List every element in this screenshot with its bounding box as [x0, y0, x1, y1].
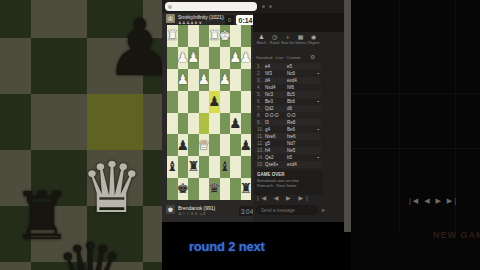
move-number: 11.: [255, 133, 265, 140]
white-move[interactable]: Qd2: [265, 105, 287, 112]
chess-app-window: ♔ SmirkyInfinity (1021) ♟♟♟♟♞♞ 0 0:14 ♜♜…: [162, 0, 344, 222]
gear-icon[interactable]: ⚙: [310, 53, 315, 60]
game-filters[interactable]: Standard · Live · Custom: [256, 55, 300, 60]
move-row: 9.f3Re8: [255, 119, 321, 126]
square-e7[interactable]: [199, 156, 210, 178]
tab-games[interactable]: ▦Games: [294, 33, 307, 53]
black-move[interactable]: Re8: [287, 119, 309, 126]
move-number: 15.: [255, 161, 265, 168]
bg-square: [143, 206, 162, 262]
move-number: 10.: [255, 126, 265, 133]
square-f2[interactable]: ♟: [188, 47, 199, 69]
move-badge: [309, 63, 321, 70]
move-badge: [309, 161, 321, 168]
move-badge: •: [309, 126, 321, 133]
square-g6[interactable]: ♟: [178, 134, 189, 156]
video-frame: ♟♛♜♛ |◀ ◀ ▶ ▶| NEW GAME ♔ SmirkyInfinity…: [0, 0, 480, 270]
white-move[interactable]: Nxd4: [265, 84, 287, 91]
square-d4[interactable]: ♟: [209, 91, 220, 113]
move-row: 4.Nxd4Nf6: [255, 84, 321, 91]
window-edge-strip: [344, 0, 351, 232]
bg-hairline: [351, 93, 480, 94]
move-badge: •: [309, 98, 321, 105]
bg-square: [143, 150, 162, 206]
move-number: 12.: [255, 140, 265, 147]
bg-piece: ♟: [105, 9, 162, 87]
black-move[interactable]: Nf6: [287, 84, 309, 91]
move-row: 10.g4Be6•: [255, 126, 321, 133]
piece-f2: ♟: [187, 51, 199, 65]
tab-rated[interactable]: ◷Rated: [268, 33, 281, 53]
move-number: 9.: [255, 119, 265, 126]
site-icon: [168, 5, 172, 9]
black-move[interactable]: O-O: [287, 112, 309, 119]
square-c6[interactable]: [220, 134, 231, 156]
square-g8[interactable]: ♚: [178, 178, 189, 200]
match-icon: ♟: [255, 33, 268, 41]
move-number: 1.: [255, 63, 265, 70]
tab-label: New Game: [281, 41, 294, 45]
move-nav-controls[interactable]: |◀ ◀ ▶ ▶|: [257, 194, 317, 201]
square-f7[interactable]: ♜: [188, 156, 199, 178]
move-badge: [309, 91, 321, 98]
black-move[interactable]: e5: [287, 63, 309, 70]
bg-square: [143, 94, 162, 150]
move-number: 13.: [255, 147, 265, 154]
player-bar-top: ♔ SmirkyInfinity (1021) ♟♟♟♟♞♞ 0 0:14: [166, 14, 252, 25]
square-d5[interactable]: [209, 113, 220, 135]
black-move[interactable]: Nd7: [287, 140, 309, 147]
sidebar-header: [253, 13, 344, 32]
square-a5[interactable]: [241, 113, 252, 135]
result-line: Rematch · New Game: [257, 183, 321, 188]
move-badge: [309, 133, 321, 140]
avatar[interactable]: ♚: [166, 205, 175, 214]
move-row: 8.O-O-OO-O: [255, 112, 321, 119]
move-number: 7.: [255, 105, 265, 112]
move-badge: [309, 112, 321, 119]
black-move[interactable]: d6: [287, 105, 309, 112]
move-badge: [309, 147, 321, 154]
move-number: 4.: [255, 84, 265, 91]
square-h1[interactable]: ♜: [167, 25, 178, 47]
square-f1[interactable]: [188, 25, 199, 47]
white-move[interactable]: g4: [265, 126, 287, 133]
black-move[interactable]: Bb6: [287, 98, 309, 105]
score-badge: 0: [225, 15, 234, 25]
piece-b5: ♟: [229, 117, 241, 131]
move-list: 1.e4e52.Nf3Nc6•3.d4exd44.Nxd4Nf65.Nc3Bc5…: [255, 63, 321, 168]
bg-square: [31, 0, 87, 38]
square-b5[interactable]: ♟: [230, 113, 241, 135]
piece-a2: ♟: [240, 51, 252, 65]
tab-label: Games: [294, 41, 307, 45]
white-move[interactable]: Qe2: [265, 154, 287, 161]
square-a1[interactable]: [241, 25, 252, 47]
move-row: 2.Nf3Nc6•: [255, 70, 321, 77]
move-row: 5.Nc3Bc5: [255, 91, 321, 98]
square-h5[interactable]: [167, 113, 178, 135]
white-move[interactable]: Nf3: [265, 70, 287, 77]
square-a3[interactable]: [241, 69, 252, 91]
sidebar: ♟Match◷Rated＋New Game▦Games◉Players Stan…: [253, 13, 344, 222]
white-move[interactable]: Qxe6+: [265, 161, 287, 168]
white-move[interactable]: e4: [265, 63, 287, 70]
move-row: 11.Nxe6fxe6: [255, 133, 321, 140]
square-h4[interactable]: [167, 91, 178, 113]
avatar[interactable]: ♔: [166, 14, 175, 23]
square-a2[interactable]: ♟: [241, 47, 252, 69]
tab-players[interactable]: ◉Players: [307, 33, 320, 53]
move-badge: [309, 140, 321, 147]
piece-e3: ♟: [198, 73, 210, 87]
square-c1[interactable]: ♚: [220, 25, 231, 47]
move-row: 3.d4exd4: [255, 77, 321, 84]
square-b7[interactable]: [230, 156, 241, 178]
bg-square: [87, 94, 143, 150]
piece-g3: ♟: [177, 73, 189, 87]
players-icon: ◉: [307, 33, 320, 41]
piece-e6: ♛: [198, 139, 210, 153]
black-move[interactable]: exd4: [287, 77, 309, 84]
white-move[interactable]: f3: [265, 119, 287, 126]
square-c7[interactable]: ♝: [220, 156, 231, 178]
black-move[interactable]: Ne5: [287, 147, 309, 154]
piece-d4: ♟: [208, 95, 220, 109]
move-number: 3.: [255, 77, 265, 84]
move-badge: [309, 119, 321, 126]
bg-square: [143, 262, 162, 270]
bg-square: [0, 0, 31, 38]
white-move[interactable]: d4: [265, 77, 287, 84]
bg-square: [31, 38, 87, 94]
move-row: 12.g5Nd7: [255, 140, 321, 147]
player-bar-bottom: ♚ Brendanok (991) ♙♘♘♗♗ +1 3:04: [166, 205, 252, 216]
move-number: 6.: [255, 98, 265, 105]
browser-extension-icon[interactable]: [269, 5, 272, 8]
piece-c3: ♟: [219, 73, 231, 87]
square-b4[interactable]: [230, 91, 241, 113]
background-left-board: ♟♛♜♛: [0, 0, 162, 270]
square-d2[interactable]: [209, 47, 220, 69]
square-d6[interactable]: [209, 134, 220, 156]
move-row: 14.Qe2b5•: [255, 154, 321, 161]
square-a4[interactable]: [241, 91, 252, 113]
piece-a8: ♜: [240, 182, 252, 196]
captured-pieces-bottom: ♙♘♘♗♗ +1: [178, 211, 206, 216]
caption-text: round 2 next: [189, 239, 265, 254]
square-a6[interactable]: ♟: [241, 134, 252, 156]
move-row: 15.Qxe6+exd4: [255, 161, 321, 168]
square-b1[interactable]: [230, 25, 241, 47]
white-move[interactable]: Be3: [265, 98, 287, 105]
square-g5[interactable]: [178, 113, 189, 135]
bg-piece: ♛: [55, 233, 125, 270]
square-c4[interactable]: [220, 91, 231, 113]
bg-hairline: [351, 148, 480, 149]
move-row: 13.h4Ne5: [255, 147, 321, 154]
piece-c7: ♝: [219, 160, 231, 174]
move-number: 14.: [255, 154, 265, 161]
square-g4[interactable]: [178, 91, 189, 113]
move-badge: [309, 105, 321, 112]
square-g3[interactable]: ♟: [178, 69, 189, 91]
white-move[interactable]: Nxe6: [265, 133, 287, 140]
piece-a6: ♟: [240, 139, 252, 153]
square-e2[interactable]: [199, 47, 210, 69]
browser-extension-icon[interactable]: [262, 5, 265, 8]
square-c8[interactable]: [220, 178, 231, 200]
white-move[interactable]: Nc3: [265, 91, 287, 98]
games-icon: ▦: [294, 33, 307, 41]
piece-g6: ♟: [177, 139, 189, 153]
white-move[interactable]: O-O-O: [265, 112, 287, 119]
result-box: GAME OVERBrendanok won on timeRematch · …: [255, 170, 323, 195]
bg-square: [0, 38, 31, 94]
move-row: 1.e4e5: [255, 63, 321, 70]
tab-new-game[interactable]: ＋New Game: [281, 33, 294, 53]
tab-match[interactable]: ♟Match: [255, 33, 268, 53]
tab-label: Players: [307, 41, 320, 45]
bg-square: [0, 94, 31, 150]
background-right: |◀ ◀ ▶ ▶| NEW GAME: [351, 0, 480, 270]
black-move[interactable]: Bc5: [287, 91, 309, 98]
chess-board: ♜♜♚♟♟♟♟♟♟♟♟♟♟♛♟♝♜♝♚♛♜: [167, 25, 251, 200]
move-number: 5.: [255, 91, 265, 98]
tab-label: Match: [255, 41, 268, 45]
piece-f7: ♜: [187, 160, 199, 174]
rated-icon: ◷: [268, 33, 281, 41]
piece-g8: ♚: [177, 182, 189, 196]
piece-h1: ♜: [166, 29, 178, 43]
move-row: 6.Be3Bb6•: [255, 98, 321, 105]
square-a7[interactable]: [241, 156, 252, 178]
square-e3[interactable]: ♟: [199, 69, 210, 91]
send-icon[interactable]: ➤: [321, 207, 325, 213]
square-h7[interactable]: ♝: [167, 156, 178, 178]
browser-bar: [162, 0, 344, 13]
square-g1[interactable]: [178, 25, 189, 47]
tab-label: Rated: [268, 41, 281, 45]
move-number: 8.: [255, 112, 265, 119]
square-e5[interactable]: [199, 113, 210, 135]
move-badge: •: [309, 154, 321, 161]
move-badge: •: [309, 70, 321, 77]
piece-c1: ♚: [219, 29, 231, 43]
move-number: 2.: [255, 70, 265, 77]
bg-piece: ♛: [81, 153, 144, 223]
square-d8[interactable]: ♛: [209, 178, 220, 200]
move-badge: [309, 77, 321, 84]
piece-d8: ♛: [208, 182, 220, 196]
video-playback-controls[interactable]: |◀ ◀ ▶ ▶|: [409, 197, 458, 205]
bg-square: [31, 94, 87, 150]
chat-placeholder: Send a message: [261, 208, 295, 213]
white-move[interactable]: g5: [265, 140, 287, 147]
black-move[interactable]: b5: [287, 154, 309, 161]
square-f4[interactable]: [188, 91, 199, 113]
black-move[interactable]: exd4: [287, 161, 309, 168]
square-b3[interactable]: [230, 69, 241, 91]
square-f8[interactable]: [188, 178, 199, 200]
move-row: 7.Qd2d6: [255, 105, 321, 112]
black-move[interactable]: fxe6: [287, 133, 309, 140]
move-badge: [309, 84, 321, 91]
white-move[interactable]: h4: [265, 147, 287, 154]
address-bar[interactable]: [165, 2, 257, 11]
sidebar-tabs: ♟Match◷Rated＋New Game▦Games◉Players: [255, 33, 321, 53]
piece-h7: ♝: [166, 160, 178, 174]
square-f5[interactable]: [188, 113, 199, 135]
black-move[interactable]: Nc6: [287, 70, 309, 77]
chat-input[interactable]: Send a message: [256, 205, 318, 215]
square-a8[interactable]: ♜: [241, 178, 252, 200]
black-move[interactable]: Be6: [287, 126, 309, 133]
bg-square: [0, 262, 31, 270]
square-c3[interactable]: ♟: [220, 69, 231, 91]
new-game-icon: ＋: [281, 33, 294, 41]
square-e6[interactable]: ♛: [199, 134, 210, 156]
bg-hairline: [399, 0, 400, 232]
faint-new-game-text: NEW GAME: [433, 230, 480, 240]
